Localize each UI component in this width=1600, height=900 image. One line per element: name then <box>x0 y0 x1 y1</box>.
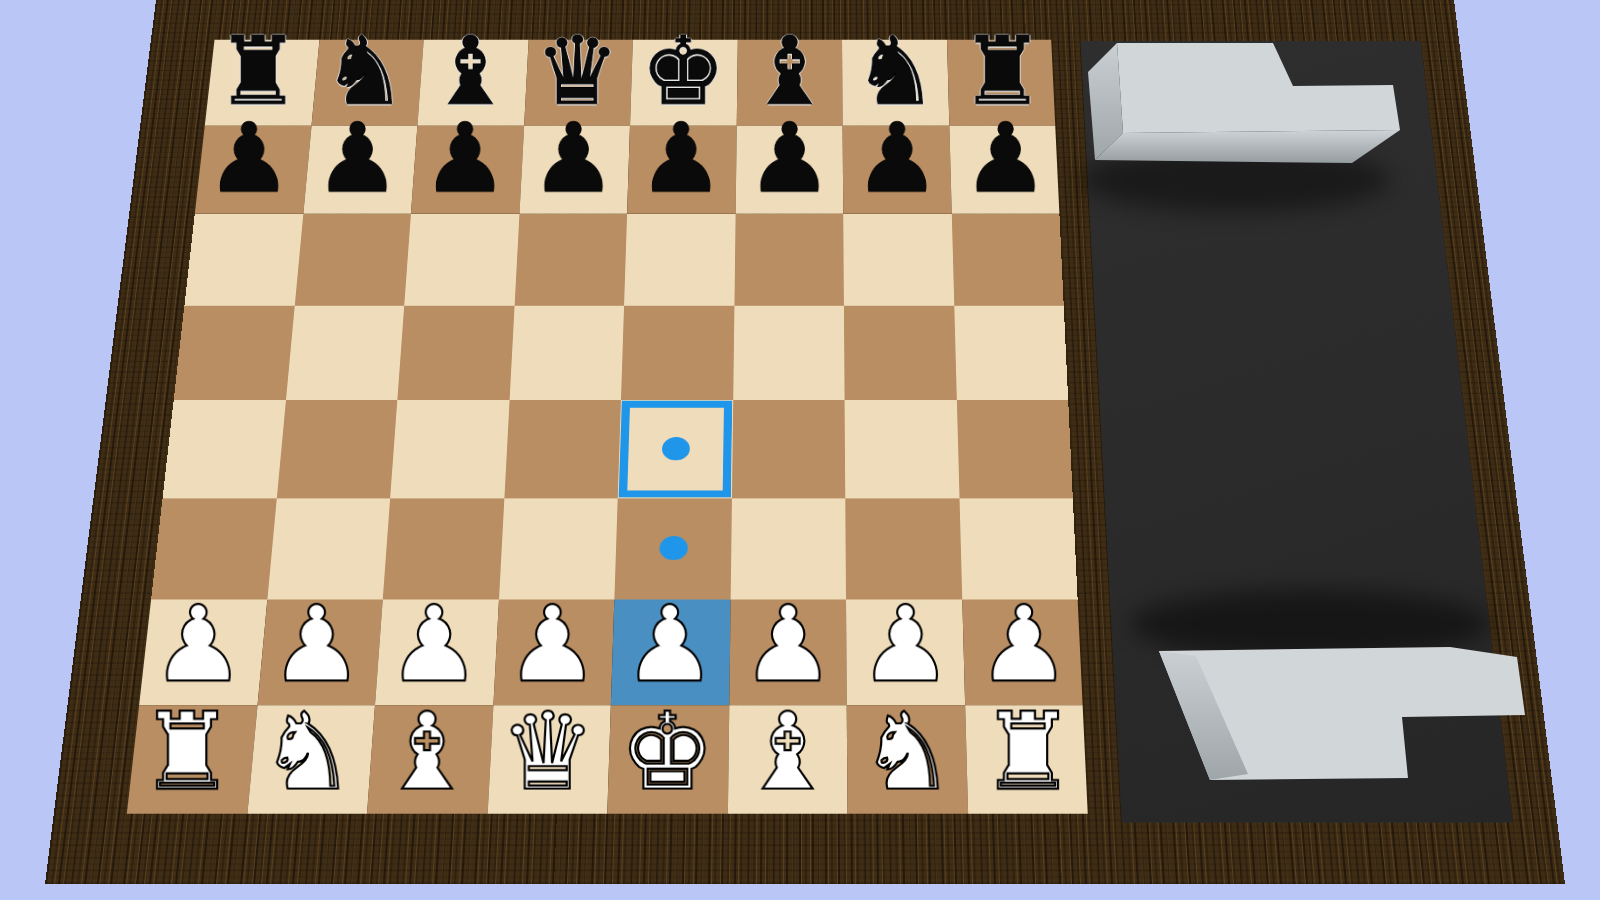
black-pawn-a7[interactable]: ♟ <box>195 106 303 211</box>
black-pawn-b7[interactable]: ♟ <box>303 106 411 211</box>
black-pawn-f7[interactable]: ♟ <box>735 106 843 211</box>
square-d1[interactable]: ♛ <box>487 705 611 814</box>
square-g7[interactable]: ♟ <box>843 125 952 213</box>
white-pawn-e2[interactable]: ♟ <box>611 587 729 701</box>
square-a7[interactable]: ♟ <box>195 125 311 213</box>
white-pawn-c2[interactable]: ♟ <box>375 587 493 701</box>
white-pawn-a2[interactable]: ♟ <box>140 587 258 701</box>
square-g6[interactable] <box>843 214 954 306</box>
white-pawn-h2[interactable]: ♟ <box>965 587 1083 701</box>
white-queen-d1[interactable]: ♛ <box>487 694 607 811</box>
square-f4[interactable] <box>731 400 845 498</box>
black-pawn-e7[interactable]: ♟ <box>627 106 735 211</box>
white-rook-h1[interactable]: ♜ <box>968 694 1088 811</box>
chess-board: ♜♞♝♛♚♝♞♜♟♟♟♟♟♟♟♟♟♟♟♟♟♟♟♟♜♞♝♛♚♝♞♜ <box>127 40 1088 814</box>
square-f5[interactable] <box>733 305 845 400</box>
square-g1[interactable]: ♞ <box>847 705 968 814</box>
square-e6[interactable] <box>624 214 735 306</box>
white-pawn-d2[interactable]: ♟ <box>493 587 611 701</box>
square-a6[interactable] <box>184 214 302 306</box>
white-pawn-b2[interactable]: ♟ <box>257 587 375 701</box>
square-e7[interactable]: ♟ <box>627 125 736 213</box>
square-a5[interactable] <box>174 305 295 400</box>
black-pawn-c7[interactable]: ♟ <box>411 106 519 211</box>
square-e4[interactable] <box>618 400 733 498</box>
square-c4[interactable] <box>390 400 509 498</box>
black-pawn-d7[interactable]: ♟ <box>519 106 627 211</box>
wooden-table: ♜♞♝♛♚♝♞♜♟♟♟♟♟♟♟♟♟♟♟♟♟♟♟♟♜♞♝♛♚♝♞♜ <box>45 0 1565 884</box>
square-d4[interactable] <box>504 400 621 498</box>
square-b4[interactable] <box>276 400 397 498</box>
square-a4[interactable] <box>163 400 286 498</box>
black-pawn-h7[interactable]: ♟ <box>951 106 1059 211</box>
square-e5[interactable] <box>621 305 734 400</box>
square-h5[interactable] <box>954 305 1068 400</box>
square-f6[interactable] <box>734 214 844 306</box>
square-d5[interactable] <box>509 305 624 400</box>
square-g4[interactable] <box>845 400 959 498</box>
square-b6[interactable] <box>294 214 411 306</box>
square-c5[interactable] <box>397 305 514 400</box>
move-hint-dot-e3 <box>659 536 688 560</box>
square-d6[interactable] <box>514 214 627 306</box>
white-bishop-f1[interactable]: ♝ <box>727 694 847 811</box>
square-h1[interactable]: ♜ <box>965 705 1088 814</box>
move-hint-dot-e4 <box>662 437 690 460</box>
white-king-e1[interactable]: ♚ <box>607 694 727 811</box>
square-c7[interactable]: ♟ <box>411 125 524 213</box>
square-g5[interactable] <box>844 305 956 400</box>
white-pawn-f2[interactable]: ♟ <box>729 587 847 701</box>
black-pawn-g7[interactable]: ♟ <box>843 106 951 211</box>
square-d7[interactable]: ♟ <box>519 125 630 213</box>
square-h4[interactable] <box>956 400 1072 498</box>
white-knight-b1[interactable]: ♞ <box>247 694 367 811</box>
square-c1[interactable]: ♝ <box>367 705 493 814</box>
square-f7[interactable]: ♟ <box>735 125 843 213</box>
square-b1[interactable]: ♞ <box>247 705 375 814</box>
hover-outline-e4 <box>619 401 732 497</box>
white-bishop-c1[interactable]: ♝ <box>367 694 487 811</box>
chess-scene-3d: ♜♞♝♛♚♝♞♜♟♟♟♟♟♟♟♟♟♟♟♟♟♟♟♟♜♞♝♛♚♝♞♜ <box>0 0 1600 900</box>
side-panel-tray <box>1081 41 1513 823</box>
square-b7[interactable]: ♟ <box>303 125 418 213</box>
square-f1[interactable]: ♝ <box>727 705 847 814</box>
square-h6[interactable] <box>951 214 1063 306</box>
square-e1[interactable]: ♚ <box>607 705 729 814</box>
white-rook-a1[interactable]: ♜ <box>127 694 247 811</box>
white-knight-g1[interactable]: ♞ <box>847 694 967 811</box>
square-c6[interactable] <box>404 214 519 306</box>
square-h7[interactable]: ♟ <box>949 125 1059 213</box>
square-a1[interactable]: ♜ <box>127 705 257 814</box>
square-b5[interactable] <box>286 305 405 400</box>
white-pawn-g2[interactable]: ♟ <box>847 587 965 701</box>
